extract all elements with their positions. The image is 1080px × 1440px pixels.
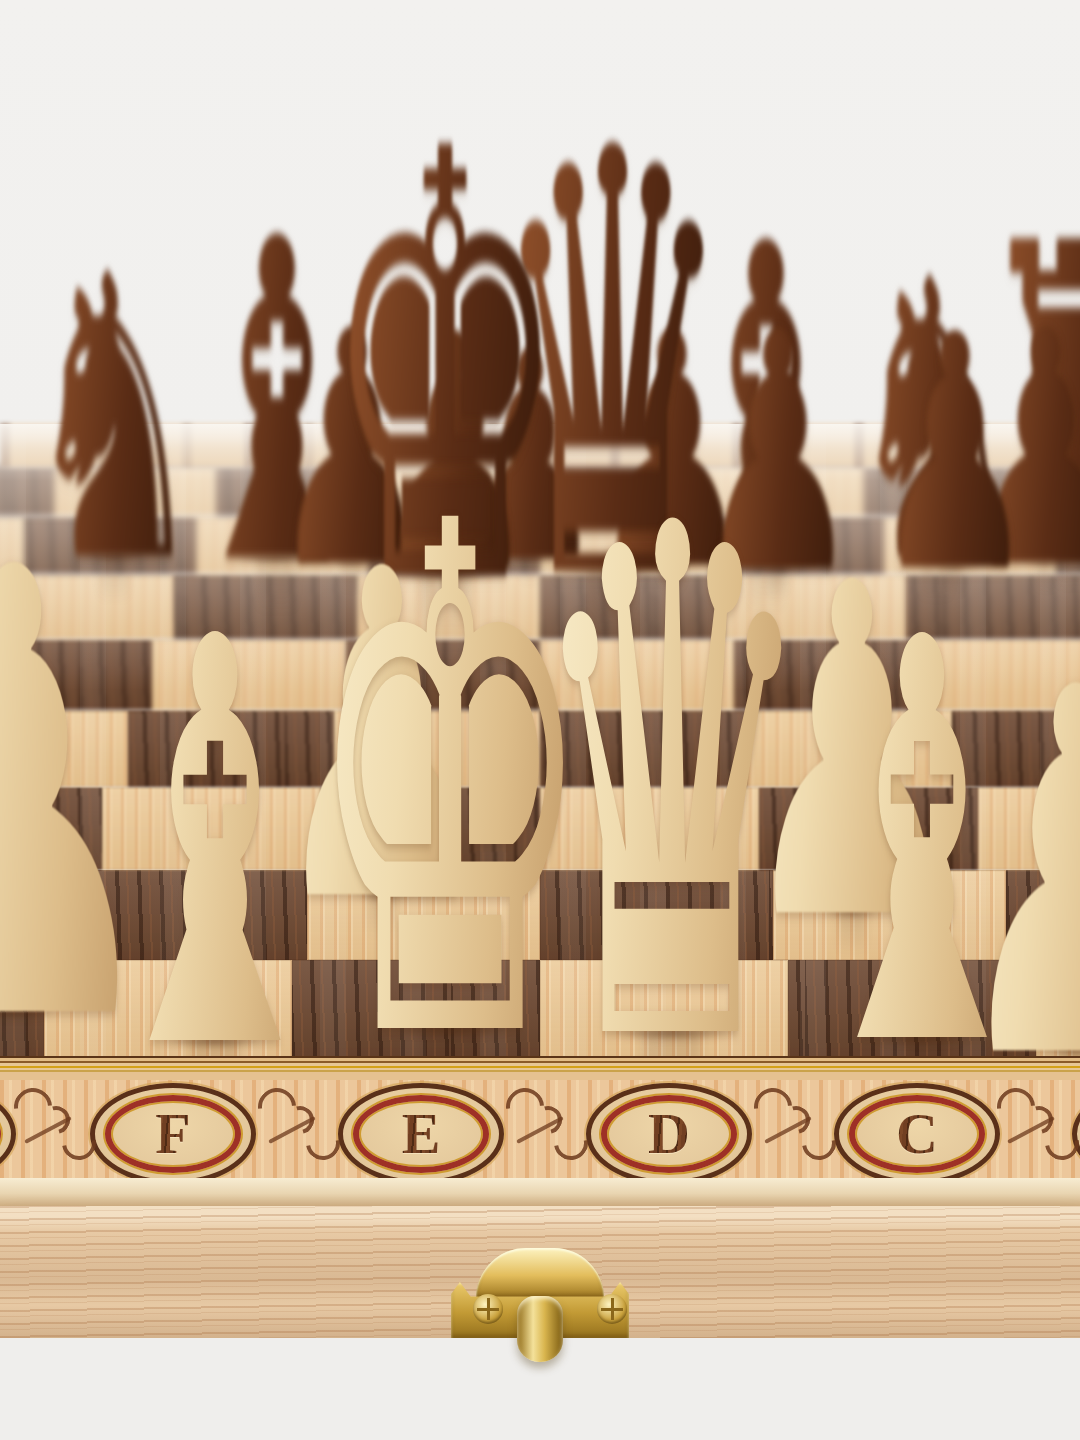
board-letter-rail: FEDC	[0, 1080, 1080, 1178]
clasp-screw-left	[473, 1294, 503, 1324]
rail-letter: F	[155, 1105, 190, 1163]
rail-letter-circle-f: F	[90, 1083, 256, 1185]
rail-letter: C	[896, 1105, 938, 1163]
rail-letter: E	[402, 1105, 441, 1163]
board-gloss-haze	[0, 424, 1080, 1058]
brass-clasp-knob	[517, 1296, 563, 1362]
rail-letter-circle-d: D	[586, 1083, 752, 1185]
board-front-pinstripes	[0, 1056, 1080, 1080]
board-front-edge	[0, 1178, 1080, 1206]
rail-letter-circle-e: E	[338, 1083, 504, 1185]
clasp-screw-right	[597, 1294, 627, 1324]
rail-letter-circle-partial	[0, 1083, 16, 1185]
rail-letter-circle-c: C	[834, 1083, 1000, 1185]
rail-letter: D	[648, 1105, 690, 1163]
photo-stage: ♜♞♞♝♝♟♟♟♟♟♟♟♛♚♟♟♟♚♛♝♝♟ FEDC	[0, 0, 1080, 1440]
rail-circle-red-ring	[0, 1095, 1, 1173]
